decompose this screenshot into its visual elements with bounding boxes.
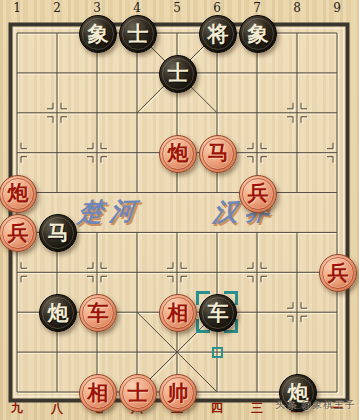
piece-red-soldier[interactable]: 兵 xyxy=(239,175,277,213)
piece-black-advisor[interactable]: 士 xyxy=(159,55,197,93)
piece-red-soldier[interactable]: 兵 xyxy=(0,214,37,252)
piece-black-cannon[interactable]: 炮 xyxy=(39,294,77,332)
piece-black-chariot[interactable]: 车 xyxy=(199,294,237,332)
piece-red-soldier[interactable]: 兵 xyxy=(319,254,357,292)
last-move-origin-marker xyxy=(212,347,223,358)
piece-black-general[interactable]: 将 xyxy=(199,15,237,53)
piece-red-general[interactable]: 帅 xyxy=(159,374,197,412)
piece-red-elephant[interactable]: 相 xyxy=(79,374,117,412)
board-surface[interactable]: 象士将象士炮马炮兵兵马兵炮车相车相士帅炮 xyxy=(0,0,359,420)
piece-black-elephant[interactable]: 象 xyxy=(239,15,277,53)
piece-black-elephant[interactable]: 象 xyxy=(79,15,117,53)
piece-red-cannon[interactable]: 炮 xyxy=(159,135,197,173)
piece-red-horse[interactable]: 马 xyxy=(199,135,237,173)
piece-red-chariot[interactable]: 车 xyxy=(79,294,117,332)
piece-red-elephant[interactable]: 相 xyxy=(159,294,197,332)
watermark: 头条 @象棋王子 xyxy=(275,398,356,412)
piece-black-horse[interactable]: 马 xyxy=(39,214,77,252)
piece-red-advisor[interactable]: 士 xyxy=(119,374,157,412)
xiangqi-app: 楚河 汉界 象士将象士炮马炮兵兵马兵炮车相车相士帅炮 头条 @象棋王子 1234… xyxy=(0,0,359,420)
piece-black-advisor[interactable]: 士 xyxy=(119,15,157,53)
piece-red-cannon[interactable]: 炮 xyxy=(0,175,37,213)
